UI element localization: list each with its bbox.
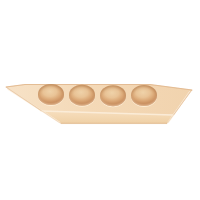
pits-row xyxy=(38,84,157,105)
pit-4[interactable] xyxy=(131,85,157,106)
pit-3[interactable] xyxy=(100,85,126,106)
pit-1[interactable] xyxy=(38,84,64,105)
pit-2[interactable] xyxy=(69,85,95,106)
product-photo xyxy=(0,0,200,200)
mancala-board xyxy=(0,0,200,200)
